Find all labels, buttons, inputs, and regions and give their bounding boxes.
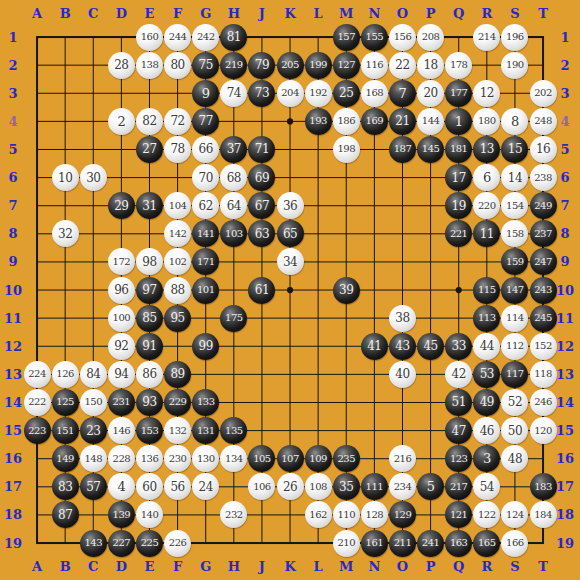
stone-Q15: 47 [445, 417, 472, 444]
stone-E5: 27 [136, 136, 163, 163]
stone-number: 184 [534, 510, 552, 520]
stone-number: 99 [199, 340, 213, 352]
stone-N1: 155 [361, 24, 388, 51]
stone-O11: 38 [389, 305, 416, 332]
stone-number: 127 [337, 60, 355, 70]
stone-D2: 28 [108, 52, 135, 79]
stone-E10: 97 [136, 277, 163, 304]
stone-number: 65 [283, 228, 297, 240]
stone-number: 38 [395, 312, 409, 324]
stone-E16: 136 [136, 445, 163, 472]
stone-number: 124 [506, 510, 524, 520]
stone-number: 25 [339, 87, 353, 99]
stone-number: 84 [86, 368, 100, 380]
stone-number: 102 [169, 257, 187, 267]
stone-O17: 234 [389, 473, 416, 500]
stone-G16: 130 [192, 445, 219, 472]
stone-T12: 152 [530, 333, 557, 360]
stone-number: 64 [227, 200, 241, 212]
stone-G12: 99 [192, 333, 219, 360]
stone-number: 153 [141, 426, 159, 436]
stone-number: 128 [366, 510, 384, 520]
stone-number: 155 [366, 32, 384, 42]
stone-H15: 135 [220, 417, 247, 444]
stone-number: 211 [394, 538, 412, 548]
stone-P1: 208 [417, 24, 444, 51]
stone-Q12: 33 [445, 333, 472, 360]
stone-number: 28 [114, 59, 128, 71]
stone-number: 217 [450, 482, 468, 492]
stone-number: 36 [283, 200, 297, 212]
stone-number: 1 [455, 115, 463, 128]
stone-number: 125 [56, 397, 74, 407]
stone-Q7: 19 [445, 192, 472, 219]
stone-number: 231 [113, 397, 131, 407]
stone-number: 30 [86, 172, 100, 184]
stone-number: 73 [255, 87, 269, 99]
stone-number: 103 [225, 229, 243, 239]
stone-F8: 142 [164, 220, 191, 247]
stone-number: 229 [169, 397, 187, 407]
stone-T4: 248 [530, 108, 557, 135]
stone-number: 2 [117, 115, 125, 128]
stone-G17: 24 [192, 473, 219, 500]
stone-J17: 106 [248, 473, 275, 500]
stone-number: 159 [506, 257, 524, 267]
stone-H3: 74 [220, 80, 247, 107]
stone-number: 134 [225, 454, 243, 464]
stone-J5: 71 [248, 136, 275, 163]
stone-number: 234 [394, 482, 412, 492]
stone-number: 5 [427, 480, 435, 493]
stone-number: 15 [508, 143, 522, 155]
stone-number: 199 [309, 60, 327, 70]
stone-R4: 180 [473, 108, 500, 135]
stone-number: 192 [309, 88, 327, 98]
stone-B18: 87 [52, 501, 79, 528]
stone-K3: 204 [277, 80, 304, 107]
stone-F4: 72 [164, 108, 191, 135]
stone-number: 18 [423, 59, 437, 71]
stone-number: 75 [199, 59, 213, 71]
stone-D10: 96 [108, 277, 135, 304]
stone-number: 243 [534, 285, 552, 295]
stone-number: 214 [478, 32, 496, 42]
stone-E12: 91 [136, 333, 163, 360]
stone-number: 68 [227, 172, 241, 184]
stone-F19: 226 [164, 530, 191, 557]
stone-Q5: 181 [445, 136, 472, 163]
stone-D13: 94 [108, 361, 135, 388]
stone-number: 41 [367, 340, 381, 352]
stone-number: 19 [452, 200, 466, 212]
stone-R1: 214 [473, 24, 500, 51]
stone-P4: 144 [417, 108, 444, 135]
stone-number: 16 [536, 143, 550, 155]
stone-number: 123 [450, 454, 468, 464]
stone-G9: 171 [192, 248, 219, 275]
stone-L4: 193 [305, 108, 332, 135]
stone-B16: 149 [52, 445, 79, 472]
stone-number: 108 [309, 482, 327, 492]
stone-number: 135 [225, 426, 243, 436]
stone-number: 175 [225, 313, 243, 323]
stone-G10: 101 [192, 277, 219, 304]
stone-G7: 62 [192, 192, 219, 219]
stone-number: 117 [506, 369, 524, 379]
stone-number: 115 [478, 285, 496, 295]
stone-number: 33 [452, 340, 466, 352]
stone-E11: 85 [136, 305, 163, 332]
stone-number: 143 [84, 538, 102, 548]
stone-number: 22 [395, 59, 409, 71]
stone-number: 85 [142, 312, 156, 324]
stone-Q18: 121 [445, 501, 472, 528]
stone-Q3: 177 [445, 80, 472, 107]
stone-F7: 104 [164, 192, 191, 219]
stone-E13: 86 [136, 361, 163, 388]
go-board[interactable]: ABCDEFGHJKLMNOPQRST ABCDEFGHJKLMNOPQRST … [0, 0, 580, 580]
stone-number: 70 [199, 172, 213, 184]
stone-O2: 22 [389, 52, 416, 79]
stone-C16: 148 [80, 445, 107, 472]
stone-number: 219 [225, 60, 243, 70]
stone-E19: 225 [136, 530, 163, 557]
stone-G3: 9 [192, 80, 219, 107]
stone-number: 140 [141, 510, 159, 520]
stone-number: 82 [142, 115, 156, 127]
stone-R7: 220 [473, 192, 500, 219]
stone-J16: 105 [248, 445, 275, 472]
stone-number: 72 [170, 115, 184, 127]
stone-K7: 36 [277, 192, 304, 219]
stone-T17: 183 [530, 473, 557, 500]
stone-number: 107 [281, 454, 299, 464]
stone-number: 77 [199, 115, 213, 127]
stone-number: 232 [225, 510, 243, 520]
stone-A13: 224 [24, 361, 51, 388]
stone-R5: 13 [473, 136, 500, 163]
stone-N4: 169 [361, 108, 388, 135]
stone-H2: 219 [220, 52, 247, 79]
stone-number: 20 [423, 87, 437, 99]
stone-number: 12 [480, 87, 494, 99]
stone-O13: 40 [389, 361, 416, 388]
stone-Q8: 221 [445, 220, 472, 247]
stone-number: 21 [395, 115, 409, 127]
stone-T6: 238 [530, 164, 557, 191]
stone-number: 210 [337, 538, 355, 548]
stone-number: 7 [399, 87, 407, 100]
stone-number: 187 [394, 144, 412, 154]
stone-number: 78 [170, 143, 184, 155]
stone-number: 121 [450, 510, 468, 520]
stone-number: 138 [141, 60, 159, 70]
stone-number: 109 [309, 454, 327, 464]
stone-number: 152 [534, 341, 552, 351]
stone-C17: 57 [80, 473, 107, 500]
stone-number: 162 [309, 510, 327, 520]
stone-R8: 11 [473, 220, 500, 247]
stone-Q2: 178 [445, 52, 472, 79]
stone-number: 168 [366, 88, 384, 98]
stone-T5: 16 [530, 136, 557, 163]
stone-Q19: 163 [445, 530, 472, 557]
stone-K16: 107 [277, 445, 304, 472]
stone-number: 50 [508, 425, 522, 437]
stone-number: 149 [56, 454, 74, 464]
stone-S14: 52 [501, 389, 528, 416]
stone-number: 46 [480, 425, 494, 437]
stone-number: 3 [483, 452, 491, 465]
stone-number: 130 [197, 454, 215, 464]
stone-F5: 78 [164, 136, 191, 163]
stone-number: 235 [337, 454, 355, 464]
stone-number: 242 [197, 32, 215, 42]
stone-K8: 65 [277, 220, 304, 247]
stone-number: 34 [283, 256, 297, 268]
stone-number: 169 [366, 116, 384, 126]
stone-S10: 147 [501, 277, 528, 304]
stone-J7: 67 [248, 192, 275, 219]
stone-B17: 83 [52, 473, 79, 500]
stone-K2: 205 [277, 52, 304, 79]
stone-number: 183 [534, 482, 552, 492]
stone-number: 104 [169, 201, 187, 211]
stone-number: 157 [337, 32, 355, 42]
stone-number: 238 [534, 173, 552, 183]
stone-number: 48 [508, 453, 522, 465]
stone-G1: 242 [192, 24, 219, 51]
stone-number: 177 [450, 88, 468, 98]
stone-D4: 2 [108, 108, 135, 135]
stone-G4: 77 [192, 108, 219, 135]
stone-number: 220 [478, 201, 496, 211]
stone-number: 193 [309, 116, 327, 126]
stone-number: 248 [534, 116, 552, 126]
stone-number: 101 [197, 285, 215, 295]
stone-number: 79 [255, 59, 269, 71]
stone-B13: 126 [52, 361, 79, 388]
stone-T7: 249 [530, 192, 557, 219]
stone-number: 247 [534, 257, 552, 267]
stone-M18: 110 [333, 501, 360, 528]
stone-C15: 23 [80, 417, 107, 444]
stone-A14: 222 [24, 389, 51, 416]
stone-number: 24 [199, 481, 213, 493]
stone-number: 166 [506, 538, 524, 548]
stone-number: 150 [84, 397, 102, 407]
stone-C13: 84 [80, 361, 107, 388]
stone-P19: 241 [417, 530, 444, 557]
stone-number: 8 [511, 115, 519, 128]
stone-G6: 70 [192, 164, 219, 191]
stone-J3: 73 [248, 80, 275, 107]
stone-number: 89 [170, 368, 184, 380]
stone-number: 37 [227, 143, 241, 155]
stone-R18: 122 [473, 501, 500, 528]
stone-H16: 134 [220, 445, 247, 472]
stone-number: 47 [452, 425, 466, 437]
stone-number: 100 [113, 313, 131, 323]
stone-number: 44 [480, 340, 494, 352]
stone-number: 35 [339, 481, 353, 493]
stone-number: 96 [114, 284, 128, 296]
stone-G14: 133 [192, 389, 219, 416]
stone-H8: 103 [220, 220, 247, 247]
stone-N19: 161 [361, 530, 388, 557]
stone-number: 4 [117, 480, 125, 493]
stone-E9: 98 [136, 248, 163, 275]
stone-number: 51 [452, 396, 466, 408]
stone-number: 106 [253, 482, 271, 492]
stone-number: 246 [534, 397, 552, 407]
stone-L2: 199 [305, 52, 332, 79]
stone-number: 88 [170, 284, 184, 296]
stone-number: 202 [534, 88, 552, 98]
stone-B8: 32 [52, 220, 79, 247]
stone-D11: 100 [108, 305, 135, 332]
stone-G8: 141 [192, 220, 219, 247]
stone-G5: 66 [192, 136, 219, 163]
stone-number: 216 [394, 454, 412, 464]
stone-P3: 20 [417, 80, 444, 107]
stone-R6: 6 [473, 164, 500, 191]
stone-number: 154 [506, 201, 524, 211]
stone-P2: 18 [417, 52, 444, 79]
stone-number: 71 [255, 143, 269, 155]
stone-T3: 202 [530, 80, 557, 107]
stone-N17: 111 [361, 473, 388, 500]
stone-number: 245 [534, 313, 552, 323]
stone-O18: 129 [389, 501, 416, 528]
stone-O16: 216 [389, 445, 416, 472]
stone-number: 136 [141, 454, 159, 464]
stone-J6: 69 [248, 164, 275, 191]
stone-number: 32 [58, 228, 72, 240]
stone-F2: 80 [164, 52, 191, 79]
stone-S15: 50 [501, 417, 528, 444]
stone-number: 43 [395, 340, 409, 352]
stone-M4: 186 [333, 108, 360, 135]
stone-number: 147 [506, 285, 524, 295]
stone-Q13: 42 [445, 361, 472, 388]
stone-number: 40 [395, 368, 409, 380]
stone-B14: 125 [52, 389, 79, 416]
stone-number: 208 [422, 32, 440, 42]
stone-S9: 159 [501, 248, 528, 275]
stone-D18: 139 [108, 501, 135, 528]
stone-H6: 68 [220, 164, 247, 191]
stone-number: 158 [506, 229, 524, 239]
stone-number: 87 [58, 509, 72, 521]
stone-D15: 146 [108, 417, 135, 444]
stone-M1: 157 [333, 24, 360, 51]
stone-A15: 223 [24, 417, 51, 444]
stone-number: 11 [480, 228, 494, 240]
stone-number: 144 [422, 116, 440, 126]
stone-number: 141 [197, 229, 215, 239]
stone-number: 61 [255, 284, 269, 296]
stone-L18: 162 [305, 501, 332, 528]
stone-Q6: 17 [445, 164, 472, 191]
stone-T8: 237 [530, 220, 557, 247]
stone-number: 53 [480, 368, 494, 380]
stone-E17: 60 [136, 473, 163, 500]
stone-O12: 43 [389, 333, 416, 360]
stone-F1: 244 [164, 24, 191, 51]
stone-M10: 39 [333, 277, 360, 304]
stone-number: 205 [281, 60, 299, 70]
stone-P17: 5 [417, 473, 444, 500]
stone-number: 180 [478, 116, 496, 126]
stone-number: 145 [422, 144, 440, 154]
stone-F16: 230 [164, 445, 191, 472]
stone-number: 163 [450, 538, 468, 548]
stone-F10: 88 [164, 277, 191, 304]
stone-number: 17 [452, 172, 466, 184]
stone-number: 222 [28, 397, 46, 407]
stone-P5: 145 [417, 136, 444, 163]
stone-number: 80 [170, 59, 184, 71]
stone-number: 57 [86, 481, 100, 493]
stone-number: 133 [197, 397, 215, 407]
stone-number: 221 [450, 229, 468, 239]
stone-number: 171 [197, 257, 215, 267]
stone-E18: 140 [136, 501, 163, 528]
stone-number: 52 [508, 396, 522, 408]
stone-G2: 75 [192, 52, 219, 79]
stone-L16: 109 [305, 445, 332, 472]
stone-D17: 4 [108, 473, 135, 500]
stone-S19: 166 [501, 530, 528, 557]
stone-number: 97 [142, 284, 156, 296]
stone-S18: 124 [501, 501, 528, 528]
stone-R19: 165 [473, 530, 500, 557]
stone-O19: 211 [389, 530, 416, 557]
stone-number: 23 [86, 425, 100, 437]
stone-number: 63 [255, 228, 269, 240]
stone-O1: 156 [389, 24, 416, 51]
stone-number: 95 [170, 312, 184, 324]
stone-number: 198 [337, 144, 355, 154]
stone-number: 6 [483, 171, 491, 184]
stone-R14: 49 [473, 389, 500, 416]
stone-T10: 243 [530, 277, 557, 304]
stone-number: 249 [534, 201, 552, 211]
stone-number: 94 [114, 368, 128, 380]
stone-M17: 35 [333, 473, 360, 500]
stone-number: 151 [56, 426, 74, 436]
stone-number: 29 [114, 200, 128, 212]
stone-number: 223 [28, 426, 46, 436]
stone-number: 83 [58, 481, 72, 493]
stone-number: 178 [450, 60, 468, 70]
stone-number: 31 [142, 200, 156, 212]
stone-number: 49 [480, 396, 494, 408]
stone-E1: 160 [136, 24, 163, 51]
stone-M3: 25 [333, 80, 360, 107]
stone-number: 10 [58, 172, 72, 184]
stone-number: 129 [394, 510, 412, 520]
stone-number: 69 [255, 172, 269, 184]
stone-S11: 114 [501, 305, 528, 332]
stone-T15: 120 [530, 417, 557, 444]
stone-S16: 48 [501, 445, 528, 472]
stone-number: 148 [84, 454, 102, 464]
stone-R3: 12 [473, 80, 500, 107]
stone-H11: 175 [220, 305, 247, 332]
